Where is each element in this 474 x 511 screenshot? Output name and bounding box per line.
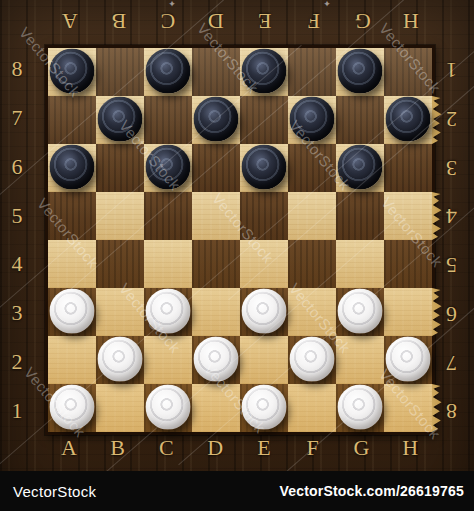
footer-bar: VectorStock VectorStock.com/26619765 [0,471,474,511]
square-b4[interactable] [96,240,144,288]
square-e8[interactable] [240,48,288,96]
white-checker-f2[interactable] [290,337,335,382]
square-d8[interactable] [192,48,240,96]
file-label-top-g: G [338,3,387,39]
square-c2[interactable] [144,336,192,384]
file-label-bottom-d: D [191,430,240,466]
file-label-top-d: D [191,3,240,39]
rank-label-right-3: 3 [432,143,474,192]
white-checker-e3[interactable] [242,289,287,334]
rank-label-right-4: 4 [432,191,474,240]
square-f1[interactable] [288,384,336,432]
square-d5[interactable] [192,192,240,240]
white-checker-h2[interactable] [386,337,431,382]
white-checker-a1[interactable] [50,385,95,430]
square-f8[interactable] [288,48,336,96]
square-e7[interactable] [240,96,288,144]
square-d2[interactable] [192,336,240,384]
square-b1[interactable] [96,384,144,432]
square-h3[interactable] [384,288,432,336]
white-checker-g3[interactable] [338,289,383,334]
square-a6[interactable] [48,144,96,192]
square-e5[interactable] [240,192,288,240]
square-g8[interactable] [336,48,384,96]
rank-label-left-2: 2 [0,338,45,387]
square-f2[interactable] [288,336,336,384]
rank-label-left-3: 3 [0,289,45,338]
square-h7[interactable] [384,96,432,144]
white-checker-c1[interactable] [146,385,191,430]
rank-label-left-5: 5 [0,191,45,240]
black-checker-e6[interactable] [242,145,287,190]
square-d4[interactable] [192,240,240,288]
square-h1[interactable] [384,384,432,432]
square-g1[interactable] [336,384,384,432]
square-b7[interactable] [96,96,144,144]
black-checker-a6[interactable] [50,145,95,190]
file-label-bottom-f: F [289,430,338,466]
square-h6[interactable] [384,144,432,192]
square-b3[interactable] [96,288,144,336]
file-label-top-a: A [45,3,94,39]
black-checker-f7[interactable] [290,97,335,142]
white-checker-b2[interactable] [98,337,143,382]
file-label-top-b: B [94,3,143,39]
sparkle-icon: ✦ [323,0,331,9]
file-label-top-c: C [143,3,192,39]
square-f3[interactable] [288,288,336,336]
square-b6[interactable] [96,144,144,192]
square-c4[interactable] [144,240,192,288]
rank-label-right-5: 5 [432,240,474,289]
square-a2[interactable] [48,336,96,384]
square-e1[interactable] [240,384,288,432]
square-a8[interactable] [48,48,96,96]
square-g2[interactable] [336,336,384,384]
square-e3[interactable] [240,288,288,336]
square-e6[interactable] [240,144,288,192]
square-h4[interactable] [384,240,432,288]
footer-brand-text: VectorStock [13,483,96,500]
file-label-bottom-a: A [45,430,94,466]
square-g7[interactable] [336,96,384,144]
square-h8[interactable] [384,48,432,96]
black-checker-d7[interactable] [194,97,239,142]
square-g5[interactable] [336,192,384,240]
sparkle-icon: ✦ [168,0,176,9]
file-label-top-e: E [240,3,289,39]
square-c3[interactable] [144,288,192,336]
square-g3[interactable] [336,288,384,336]
square-f5[interactable] [288,192,336,240]
square-b8[interactable] [96,48,144,96]
footer-url-text: VectorStock.com/26619765 [279,483,464,499]
file-labels-top: ABCDEFGH [45,3,435,39]
square-d6[interactable] [192,144,240,192]
file-label-bottom-b: B [94,430,143,466]
rank-label-left-7: 7 [0,94,45,143]
square-f4[interactable] [288,240,336,288]
white-checker-a3[interactable] [50,289,95,334]
rank-label-right-1: 1 [432,45,474,94]
square-a4[interactable] [48,240,96,288]
checkers-illustration: ABCDEFGH ABCDEFGH 87654321 12345678 Vect… [0,0,474,511]
square-f7[interactable] [288,96,336,144]
square-d7[interactable] [192,96,240,144]
square-h2[interactable] [384,336,432,384]
board [45,45,435,435]
square-f6[interactable] [288,144,336,192]
black-checker-b7[interactable] [98,97,143,142]
square-c6[interactable] [144,144,192,192]
square-c8[interactable] [144,48,192,96]
square-a5[interactable] [48,192,96,240]
square-b5[interactable] [96,192,144,240]
square-a1[interactable] [48,384,96,432]
black-checker-c6[interactable] [146,145,191,190]
black-checker-h7[interactable] [386,97,431,142]
file-label-bottom-h: H [386,430,435,466]
rank-label-left-8: 8 [0,45,45,94]
white-checker-e1[interactable] [242,385,287,430]
file-label-bottom-c: C [143,430,192,466]
black-checker-a8[interactable] [50,49,95,94]
white-checker-g1[interactable] [338,385,383,430]
white-checker-c3[interactable] [146,289,191,334]
file-label-top-f: F [289,3,338,39]
square-c5[interactable] [144,192,192,240]
file-label-top-h: H [386,3,435,39]
square-e4[interactable] [240,240,288,288]
file-labels-bottom: ABCDEFGH [45,430,435,466]
square-d1[interactable] [192,384,240,432]
file-label-bottom-e: E [240,430,289,466]
square-h5[interactable] [384,192,432,240]
square-b2[interactable] [96,336,144,384]
white-checker-d2[interactable] [194,337,239,382]
black-checker-g8[interactable] [338,49,383,94]
file-label-bottom-g: G [338,430,387,466]
rank-label-right-6: 6 [432,289,474,338]
rank-labels-right: 12345678 [432,45,474,435]
black-checker-e8[interactable] [242,49,287,94]
rank-labels-left: 87654321 [0,45,45,435]
square-c1[interactable] [144,384,192,432]
square-g6[interactable] [336,144,384,192]
black-checker-g6[interactable] [338,145,383,190]
rank-label-right-7: 7 [432,338,474,387]
square-d3[interactable] [192,288,240,336]
rank-label-left-4: 4 [0,240,45,289]
rank-label-left-1: 1 [0,386,45,435]
rank-label-right-2: 2 [432,94,474,143]
square-g4[interactable] [336,240,384,288]
square-c7[interactable] [144,96,192,144]
square-a7[interactable] [48,96,96,144]
black-checker-c8[interactable] [146,49,191,94]
rank-label-left-6: 6 [0,143,45,192]
square-a3[interactable] [48,288,96,336]
square-e2[interactable] [240,336,288,384]
